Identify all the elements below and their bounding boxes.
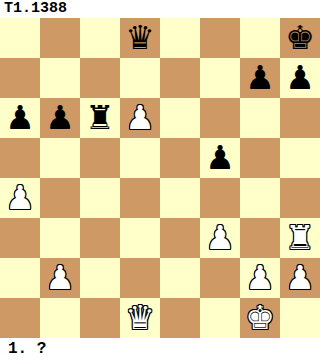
square-g8[interactable] — [240, 18, 280, 58]
square-c1[interactable] — [80, 298, 120, 338]
square-c5[interactable] — [80, 138, 120, 178]
square-f6[interactable] — [200, 98, 240, 138]
black-pawn-piece: ♟ — [245, 58, 275, 98]
square-d4[interactable] — [120, 178, 160, 218]
square-e4[interactable] — [160, 178, 200, 218]
chess-board: ♛♚♟♟♟♟♜♟♟♟♟♜♟♟♟♛♚ — [0, 18, 320, 338]
square-g3[interactable] — [240, 218, 280, 258]
square-b6[interactable]: ♟ — [40, 98, 80, 138]
move-prompt: 1. ? — [8, 338, 46, 360]
square-b8[interactable] — [40, 18, 80, 58]
square-e3[interactable] — [160, 218, 200, 258]
square-c6[interactable]: ♜ — [80, 98, 120, 138]
square-f8[interactable] — [200, 18, 240, 58]
square-g2[interactable]: ♟ — [240, 258, 280, 298]
white-pawn-piece: ♟ — [5, 178, 35, 218]
black-rook-piece: ♜ — [85, 98, 115, 138]
square-c2[interactable] — [80, 258, 120, 298]
square-e2[interactable] — [160, 258, 200, 298]
square-a6[interactable]: ♟ — [0, 98, 40, 138]
black-king-piece: ♚ — [285, 18, 315, 58]
square-h3[interactable]: ♜ — [280, 218, 320, 258]
square-a5[interactable] — [0, 138, 40, 178]
square-g1[interactable]: ♚ — [240, 298, 280, 338]
square-h7[interactable]: ♟ — [280, 58, 320, 98]
white-queen-piece: ♛ — [125, 298, 155, 338]
square-f1[interactable] — [200, 298, 240, 338]
square-a1[interactable] — [0, 298, 40, 338]
square-a2[interactable] — [0, 258, 40, 298]
square-d8[interactable]: ♛ — [120, 18, 160, 58]
square-d2[interactable] — [120, 258, 160, 298]
square-f2[interactable] — [200, 258, 240, 298]
square-d3[interactable] — [120, 218, 160, 258]
square-g6[interactable] — [240, 98, 280, 138]
square-d6[interactable]: ♟ — [120, 98, 160, 138]
square-c7[interactable] — [80, 58, 120, 98]
square-f3[interactable]: ♟ — [200, 218, 240, 258]
black-pawn-piece: ♟ — [205, 138, 235, 178]
white-pawn-piece: ♟ — [205, 218, 235, 258]
black-pawn-piece: ♟ — [285, 58, 315, 98]
white-pawn-piece: ♟ — [285, 258, 315, 298]
square-g4[interactable] — [240, 178, 280, 218]
square-c3[interactable] — [80, 218, 120, 258]
square-e1[interactable] — [160, 298, 200, 338]
black-pawn-piece: ♟ — [5, 98, 35, 138]
square-h4[interactable] — [280, 178, 320, 218]
square-a3[interactable] — [0, 218, 40, 258]
square-d7[interactable] — [120, 58, 160, 98]
white-rook-piece: ♜ — [285, 218, 315, 258]
white-pawn-piece: ♟ — [245, 258, 275, 298]
square-h5[interactable] — [280, 138, 320, 178]
square-g7[interactable]: ♟ — [240, 58, 280, 98]
square-c4[interactable] — [80, 178, 120, 218]
square-e8[interactable] — [160, 18, 200, 58]
square-e6[interactable] — [160, 98, 200, 138]
square-h6[interactable] — [280, 98, 320, 138]
square-f5[interactable]: ♟ — [200, 138, 240, 178]
square-b1[interactable] — [40, 298, 80, 338]
square-a8[interactable] — [0, 18, 40, 58]
white-king-piece: ♚ — [245, 298, 275, 338]
black-queen-piece: ♛ — [125, 18, 155, 58]
black-pawn-piece: ♟ — [45, 98, 75, 138]
white-pawn-piece: ♟ — [45, 258, 75, 298]
square-b4[interactable] — [40, 178, 80, 218]
square-a4[interactable]: ♟ — [0, 178, 40, 218]
square-h8[interactable]: ♚ — [280, 18, 320, 58]
square-b7[interactable] — [40, 58, 80, 98]
square-d1[interactable]: ♛ — [120, 298, 160, 338]
square-b5[interactable] — [40, 138, 80, 178]
square-a7[interactable] — [0, 58, 40, 98]
square-e7[interactable] — [160, 58, 200, 98]
white-pawn-piece: ♟ — [125, 98, 155, 138]
square-f4[interactable] — [200, 178, 240, 218]
square-h2[interactable]: ♟ — [280, 258, 320, 298]
puzzle-id: T1.1388 — [4, 0, 67, 18]
square-b3[interactable] — [40, 218, 80, 258]
square-d5[interactable] — [120, 138, 160, 178]
square-g5[interactable] — [240, 138, 280, 178]
title-bar: T1.1388 — [0, 0, 320, 18]
square-h1[interactable] — [280, 298, 320, 338]
square-f7[interactable] — [200, 58, 240, 98]
status-bar: 1. ? — [0, 338, 320, 360]
square-c8[interactable] — [80, 18, 120, 58]
square-b2[interactable]: ♟ — [40, 258, 80, 298]
square-e5[interactable] — [160, 138, 200, 178]
